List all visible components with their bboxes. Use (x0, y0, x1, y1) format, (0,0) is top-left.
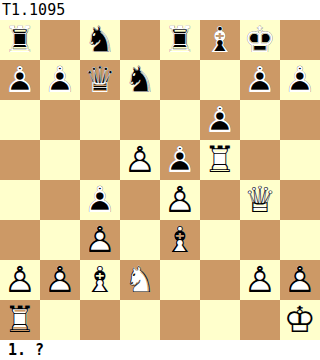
square-e8[interactable]: ♜♖ (160, 20, 200, 60)
square-b2[interactable]: ♟♙ (40, 260, 80, 300)
status-bar: 1. ? (0, 340, 320, 360)
black-pawn-c4[interactable]: ♟♙ (80, 180, 120, 220)
square-a4[interactable] (0, 180, 40, 220)
square-e1[interactable] (160, 300, 200, 340)
square-c1[interactable] (80, 300, 120, 340)
piece-outline-glyph: ♖ (200, 140, 240, 180)
move-prompt: 1. ? (0, 340, 44, 360)
square-f7[interactable] (200, 60, 240, 100)
black-rook-a8[interactable]: ♜♖ (0, 20, 40, 60)
square-f4[interactable] (200, 180, 240, 220)
square-c3[interactable]: ♟♙ (80, 220, 120, 260)
piece-outline-glyph: ♙ (280, 260, 320, 300)
square-d5[interactable]: ♟♙ (120, 140, 160, 180)
square-h6[interactable] (280, 100, 320, 140)
piece-outline-glyph: ♕ (80, 60, 120, 100)
piece-outline-glyph: ♖ (0, 300, 40, 340)
piece-outline-glyph: ♙ (0, 260, 40, 300)
black-bishop-f8[interactable]: ♝♗ (200, 20, 240, 60)
square-f1[interactable] (200, 300, 240, 340)
piece-outline-glyph: ♖ (0, 20, 40, 60)
square-g1[interactable] (240, 300, 280, 340)
square-a1[interactable]: ♜♖ (0, 300, 40, 340)
square-e3[interactable]: ♝♗ (160, 220, 200, 260)
piece-outline-glyph: ♗ (200, 20, 240, 60)
square-b5[interactable] (40, 140, 80, 180)
white-queen-g4[interactable]: ♛♕ (240, 180, 280, 220)
black-rook-e8[interactable]: ♜♖ (160, 20, 200, 60)
square-c7[interactable]: ♛♕ (80, 60, 120, 100)
piece-outline-glyph: ♙ (160, 140, 200, 180)
square-a5[interactable] (0, 140, 40, 180)
square-g7[interactable]: ♟♙ (240, 60, 280, 100)
white-bishop-c2[interactable]: ♝♗ (80, 260, 120, 300)
square-g4[interactable]: ♛♕ (240, 180, 280, 220)
square-g2[interactable]: ♟♙ (240, 260, 280, 300)
black-pawn-h7[interactable]: ♟♙ (280, 60, 320, 100)
square-a8[interactable]: ♜♖ (0, 20, 40, 60)
square-b6[interactable] (40, 100, 80, 140)
square-b7[interactable]: ♟♙ (40, 60, 80, 100)
square-e4[interactable]: ♟♙ (160, 180, 200, 220)
square-g3[interactable] (240, 220, 280, 260)
square-e7[interactable] (160, 60, 200, 100)
black-pawn-f6[interactable]: ♟♙ (200, 100, 240, 140)
piece-outline-glyph: ♙ (80, 180, 120, 220)
white-pawn-c3[interactable]: ♟♙ (80, 220, 120, 260)
black-pawn-a7[interactable]: ♟♙ (0, 60, 40, 100)
white-pawn-b2[interactable]: ♟♙ (40, 260, 80, 300)
piece-outline-glyph: ♗ (160, 220, 200, 260)
square-e6[interactable] (160, 100, 200, 140)
piece-outline-glyph: ♙ (240, 260, 280, 300)
square-f3[interactable] (200, 220, 240, 260)
square-g6[interactable] (240, 100, 280, 140)
square-h3[interactable] (280, 220, 320, 260)
title-bar: T1.1095 (0, 0, 320, 20)
piece-outline-glyph: ♙ (280, 60, 320, 100)
black-knight-d7[interactable]: ♞♘ (120, 60, 160, 100)
square-f2[interactable] (200, 260, 240, 300)
square-b3[interactable] (40, 220, 80, 260)
black-knight-c8[interactable]: ♞♘ (80, 20, 120, 60)
square-h7[interactable]: ♟♙ (280, 60, 320, 100)
square-c4[interactable]: ♟♙ (80, 180, 120, 220)
square-d2[interactable]: ♞♘ (120, 260, 160, 300)
square-h5[interactable] (280, 140, 320, 180)
black-pawn-g7[interactable]: ♟♙ (240, 60, 280, 100)
piece-outline-glyph: ♙ (80, 220, 120, 260)
square-c5[interactable] (80, 140, 120, 180)
square-h4[interactable] (280, 180, 320, 220)
piece-outline-glyph: ♙ (120, 140, 160, 180)
black-queen-c7[interactable]: ♛♕ (80, 60, 120, 100)
piece-outline-glyph: ♙ (200, 100, 240, 140)
square-e2[interactable] (160, 260, 200, 300)
piece-outline-glyph: ♗ (80, 260, 120, 300)
square-h1[interactable]: ♚♔ (280, 300, 320, 340)
white-king-h1[interactable]: ♚♔ (280, 300, 320, 340)
square-d1[interactable] (120, 300, 160, 340)
white-pawn-h2[interactable]: ♟♙ (280, 260, 320, 300)
square-f5[interactable]: ♜♖ (200, 140, 240, 180)
square-a7[interactable]: ♟♙ (0, 60, 40, 100)
piece-outline-glyph: ♔ (240, 20, 280, 60)
piece-outline-glyph: ♙ (0, 60, 40, 100)
white-rook-a1[interactable]: ♜♖ (0, 300, 40, 340)
white-knight-d2[interactable]: ♞♘ (120, 260, 160, 300)
square-h2[interactable]: ♟♙ (280, 260, 320, 300)
puzzle-id: T1.1095 (0, 0, 65, 20)
square-b1[interactable] (40, 300, 80, 340)
white-pawn-e4[interactable]: ♟♙ (160, 180, 200, 220)
piece-outline-glyph: ♕ (240, 180, 280, 220)
piece-outline-glyph: ♙ (240, 60, 280, 100)
square-d3[interactable] (120, 220, 160, 260)
square-c6[interactable] (80, 100, 120, 140)
square-c2[interactable]: ♝♗ (80, 260, 120, 300)
white-pawn-a2[interactable]: ♟♙ (0, 260, 40, 300)
piece-outline-glyph: ♙ (40, 60, 80, 100)
piece-outline-glyph: ♔ (280, 300, 320, 340)
piece-outline-glyph: ♖ (160, 20, 200, 60)
square-h8[interactable] (280, 20, 320, 60)
white-rook-f5[interactable]: ♜♖ (200, 140, 240, 180)
square-b4[interactable] (40, 180, 80, 220)
square-d6[interactable] (120, 100, 160, 140)
square-d7[interactable]: ♞♘ (120, 60, 160, 100)
square-c8[interactable]: ♞♘ (80, 20, 120, 60)
piece-outline-glyph: ♙ (40, 260, 80, 300)
black-pawn-b7[interactable]: ♟♙ (40, 60, 80, 100)
black-king-g8[interactable]: ♚♔ (240, 20, 280, 60)
square-d8[interactable] (120, 20, 160, 60)
chess-board: ♜♖♞♘♜♖♝♗♚♔♟♙♟♙♛♕♞♘♟♙♟♙♟♙♟♙♟♙♜♖♟♙♟♙♛♕♟♙♝♗… (0, 20, 320, 340)
white-bishop-e3[interactable]: ♝♗ (160, 220, 200, 260)
square-a3[interactable] (0, 220, 40, 260)
piece-outline-glyph: ♘ (120, 260, 160, 300)
square-g8[interactable]: ♚♔ (240, 20, 280, 60)
black-pawn-e5[interactable]: ♟♙ (160, 140, 200, 180)
square-f8[interactable]: ♝♗ (200, 20, 240, 60)
square-a6[interactable] (0, 100, 40, 140)
square-f6[interactable]: ♟♙ (200, 100, 240, 140)
square-b8[interactable] (40, 20, 80, 60)
piece-outline-glyph: ♘ (120, 60, 160, 100)
square-e5[interactable]: ♟♙ (160, 140, 200, 180)
white-pawn-d5[interactable]: ♟♙ (120, 140, 160, 180)
piece-outline-glyph: ♙ (160, 180, 200, 220)
piece-outline-glyph: ♘ (80, 20, 120, 60)
square-d4[interactable] (120, 180, 160, 220)
square-a2[interactable]: ♟♙ (0, 260, 40, 300)
white-pawn-g2[interactable]: ♟♙ (240, 260, 280, 300)
square-g5[interactable] (240, 140, 280, 180)
